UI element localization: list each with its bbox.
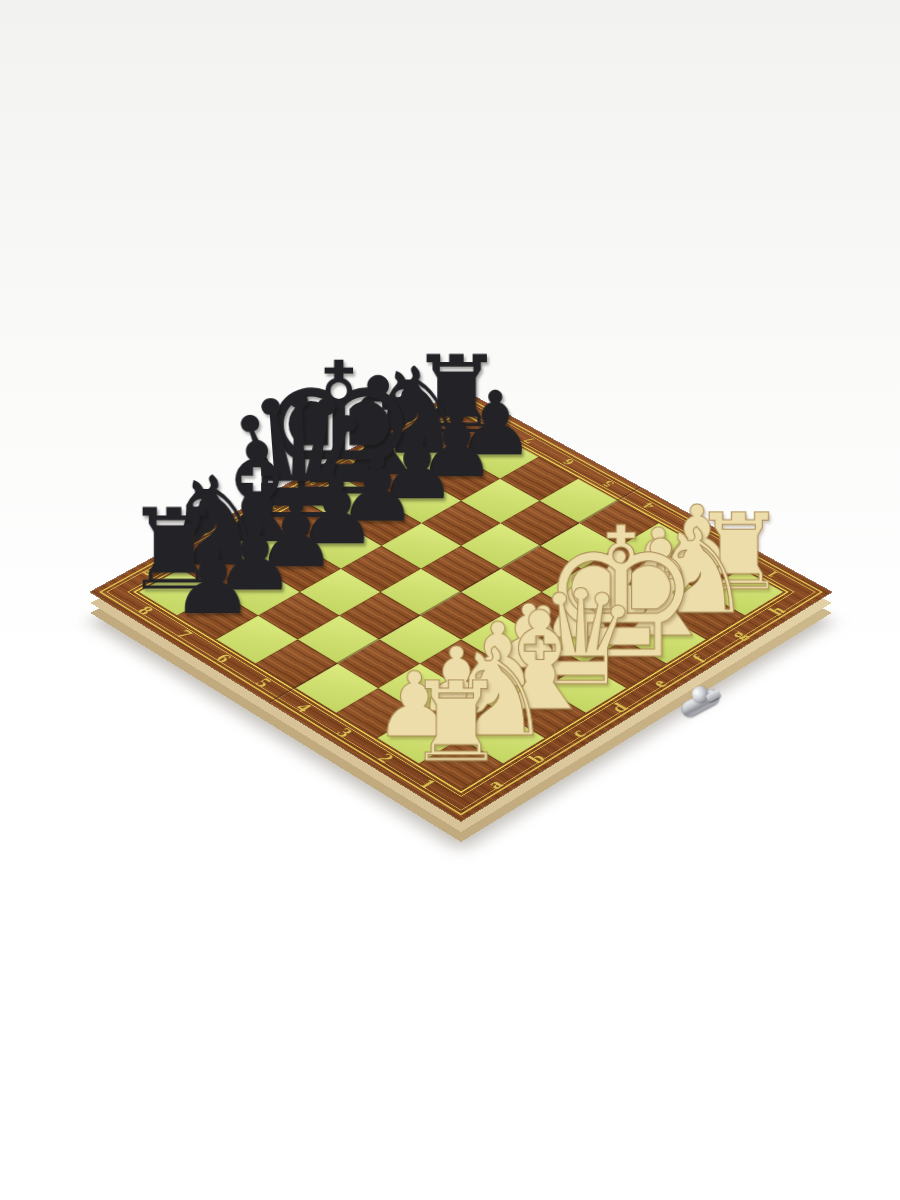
product-photo-scene: 88hh77gg66ff55ee44dd33cc22bb11aa ♜♞♝♛♚♝♞… xyxy=(0,0,900,1200)
chess-board: 88hh77gg66ff55ee44dd33cc22bb11aa ♜♞♝♛♚♝♞… xyxy=(90,389,831,821)
chess-set-photo-page: { "game": "chess", "scene": "Wooden fold… xyxy=(0,0,900,1200)
pieces-layer: ♜♞♝♛♚♝♞♜♟♟♟♟♟♟♟♟♟♟♟♟♟♟♟♟♜♞♝♛♚♝♞♜ xyxy=(90,389,831,821)
